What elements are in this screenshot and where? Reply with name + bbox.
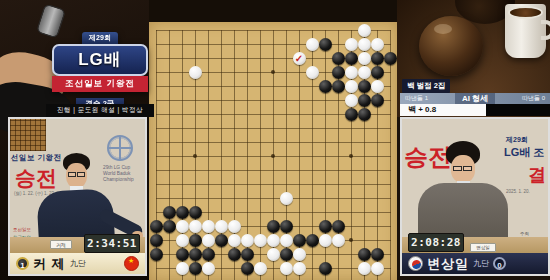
white-stone xyxy=(189,66,202,79)
broadcast-frame: ✓ 제29회 LG배 조선일보 기왕전 결승 2국 진행 | 문도원 해설 | … xyxy=(0,0,550,280)
black-stone xyxy=(371,66,384,79)
event-round-label: 제29회 xyxy=(82,32,118,44)
grid-line-vertical xyxy=(169,30,170,280)
white-stone xyxy=(345,94,358,107)
white-stone xyxy=(306,66,319,79)
white-stone xyxy=(176,220,189,233)
black-stone xyxy=(241,248,254,261)
sponsor-logo-chosun: 조선일보 xyxy=(13,227,31,232)
black-stone xyxy=(358,248,371,261)
black-stone xyxy=(345,52,358,65)
black-stone xyxy=(293,234,306,247)
left-match-score-badge: 1 xyxy=(16,257,29,270)
black-stone xyxy=(358,80,371,93)
black-stone xyxy=(358,108,371,121)
black-stone xyxy=(189,234,202,247)
right-banner-round: 제29회 xyxy=(506,135,528,145)
cup-handle xyxy=(541,20,550,40)
black-stone xyxy=(228,248,241,261)
star-point xyxy=(349,154,353,158)
right-banner-final: 결 xyxy=(528,163,546,187)
black-stone xyxy=(345,108,358,121)
left-name-bar: 1 커 제 九단 ★ xyxy=(10,253,145,274)
ai-score-value: 백 + 0.8 xyxy=(400,104,486,116)
black-stone xyxy=(280,220,293,233)
grid-line-horizontal xyxy=(156,170,391,171)
white-stone xyxy=(176,262,189,275)
white-stone xyxy=(371,38,384,51)
last-move-check-marker: ✓ xyxy=(293,52,306,65)
ai-score-bar: 백 + 0.8 xyxy=(400,104,550,116)
right-banner-big-text: 승전 xyxy=(404,141,452,173)
right-banner-lg: LG배 조 xyxy=(504,145,544,160)
right-player-rank: 九단 xyxy=(473,258,489,269)
white-stone xyxy=(280,234,293,247)
black-stone xyxy=(176,248,189,261)
black-stone xyxy=(202,248,215,261)
black-stone xyxy=(189,248,202,261)
black-stone xyxy=(371,94,384,107)
event-subtitle-label: 조선일보 기왕전 xyxy=(52,76,148,92)
left-player-glasses xyxy=(68,172,76,177)
white-stone xyxy=(280,192,293,205)
black-stone xyxy=(150,248,163,261)
cup-contents xyxy=(508,6,543,19)
grid-line-horizontal xyxy=(156,142,391,143)
white-stone xyxy=(306,38,319,51)
left-player-video: 선일보 기왕전 승전 (월) 1. 22. (수) 1. 23. 조선일보 한국… xyxy=(8,117,147,276)
star-point xyxy=(193,154,197,158)
black-stone xyxy=(176,206,189,219)
black-stone xyxy=(319,262,332,275)
white-stone xyxy=(241,234,254,247)
penalty-label: 백 벌점 2집 xyxy=(402,79,450,93)
white-stone xyxy=(254,262,267,275)
black-stone xyxy=(267,220,280,233)
star-point xyxy=(271,70,275,74)
grid-line-horizontal xyxy=(156,128,391,129)
white-stone xyxy=(202,262,215,275)
black-stone xyxy=(384,52,397,65)
china-flag-icon: ★ xyxy=(124,256,139,271)
black-stone xyxy=(332,80,345,93)
white-stone xyxy=(202,220,215,233)
white-stone xyxy=(332,234,345,247)
white-stone xyxy=(280,262,293,275)
right-match-score-badge: 0 xyxy=(493,257,506,270)
left-banner-big-text: 승전 xyxy=(15,164,57,192)
left-player-name: 커 제 xyxy=(33,255,66,273)
black-stone xyxy=(319,38,332,51)
host-label-1: 주최 xyxy=(520,231,529,236)
white-stone xyxy=(293,262,306,275)
white-stone xyxy=(358,24,371,37)
black-stone xyxy=(319,220,332,233)
event-name-label: LG배 xyxy=(52,44,148,76)
white-stone xyxy=(228,234,241,247)
white-stone xyxy=(215,220,228,233)
white-stone xyxy=(345,80,358,93)
white-stone xyxy=(176,234,189,247)
right-player-video: 승전 제29회 LG배 조 결 2025. 1. 20. 주최 주관 2:08:… xyxy=(400,117,550,276)
black-stone xyxy=(189,206,202,219)
grid-line-horizontal xyxy=(156,30,391,31)
grid-line-vertical xyxy=(390,30,391,280)
left-banner-title: 선일보 기왕전 xyxy=(11,153,62,163)
black-stone xyxy=(163,206,176,219)
white-captures-label: 따낸돌 0 xyxy=(495,94,550,103)
black-captures-label: 따낸돌 1 xyxy=(400,94,455,103)
white-stone xyxy=(345,38,358,51)
star-point xyxy=(271,154,275,158)
white-stone xyxy=(358,66,371,79)
right-banner-date: 2025. 1. 20. xyxy=(506,189,530,194)
black-stone xyxy=(332,66,345,79)
white-stone xyxy=(267,248,280,261)
white-stone xyxy=(202,234,215,247)
table-edge-strip xyxy=(149,0,397,24)
black-stone xyxy=(241,262,254,275)
left-player-rank: 九단 xyxy=(70,258,86,269)
black-stone xyxy=(215,234,228,247)
right-player-name: 변상일 xyxy=(427,255,469,273)
white-stone xyxy=(371,80,384,93)
black-stone xyxy=(332,52,345,65)
black-stone xyxy=(332,220,345,233)
white-stone xyxy=(358,52,371,65)
white-stone xyxy=(228,220,241,233)
black-stone xyxy=(371,52,384,65)
ai-panel-title: AI 형세 xyxy=(455,93,495,104)
right-game-clock: 2:08:28 xyxy=(408,233,464,252)
star-point xyxy=(349,238,353,242)
right-name-bar: 변상일 九단 0 xyxy=(402,253,548,274)
black-stone xyxy=(306,234,319,247)
white-stone xyxy=(293,248,306,261)
lgcup-globe-logo xyxy=(107,135,133,161)
ai-header-row: 따낸돌 1 AI 형세 따낸돌 0 xyxy=(400,93,550,104)
right-name-plate: 변상일 xyxy=(470,243,496,252)
korea-flag-icon xyxy=(408,256,423,271)
event-badge: 제29회 LG배 조선일보 기왕전 결승 2국 xyxy=(52,26,148,110)
bowl-highlight xyxy=(434,24,452,34)
left-player-glasses xyxy=(77,172,85,177)
black-stone xyxy=(319,80,332,93)
black-stone xyxy=(150,220,163,233)
go-stone-bowl xyxy=(419,16,483,76)
grid-line-horizontal xyxy=(156,198,391,199)
ai-bar-black-share xyxy=(486,104,550,116)
white-stone xyxy=(358,262,371,275)
white-stone xyxy=(189,220,202,233)
black-stone xyxy=(280,248,293,261)
white-stone xyxy=(371,262,384,275)
left-name-plate: 커제 xyxy=(50,240,72,249)
right-player-glasses xyxy=(453,166,462,171)
left-game-clock: 2:34:51 xyxy=(84,234,140,253)
go-board: ✓ xyxy=(149,22,397,280)
white-stone xyxy=(345,66,358,79)
black-stone xyxy=(358,94,371,107)
white-stone xyxy=(254,234,267,247)
black-stone xyxy=(189,262,202,275)
black-stone xyxy=(371,248,384,261)
crew-strip: 진행 | 문도원 해설 | 박정상 xyxy=(46,104,154,117)
right-player-glasses xyxy=(463,166,472,171)
white-stone xyxy=(358,38,371,51)
black-stone xyxy=(150,234,163,247)
grid-line-horizontal xyxy=(156,184,391,185)
banner-goboard-graphic xyxy=(10,119,46,151)
english-title-lines: 29th LG Cup World Baduk Championship xyxy=(103,165,134,182)
white-stone xyxy=(319,234,332,247)
black-stone xyxy=(163,220,176,233)
white-stone xyxy=(267,234,280,247)
